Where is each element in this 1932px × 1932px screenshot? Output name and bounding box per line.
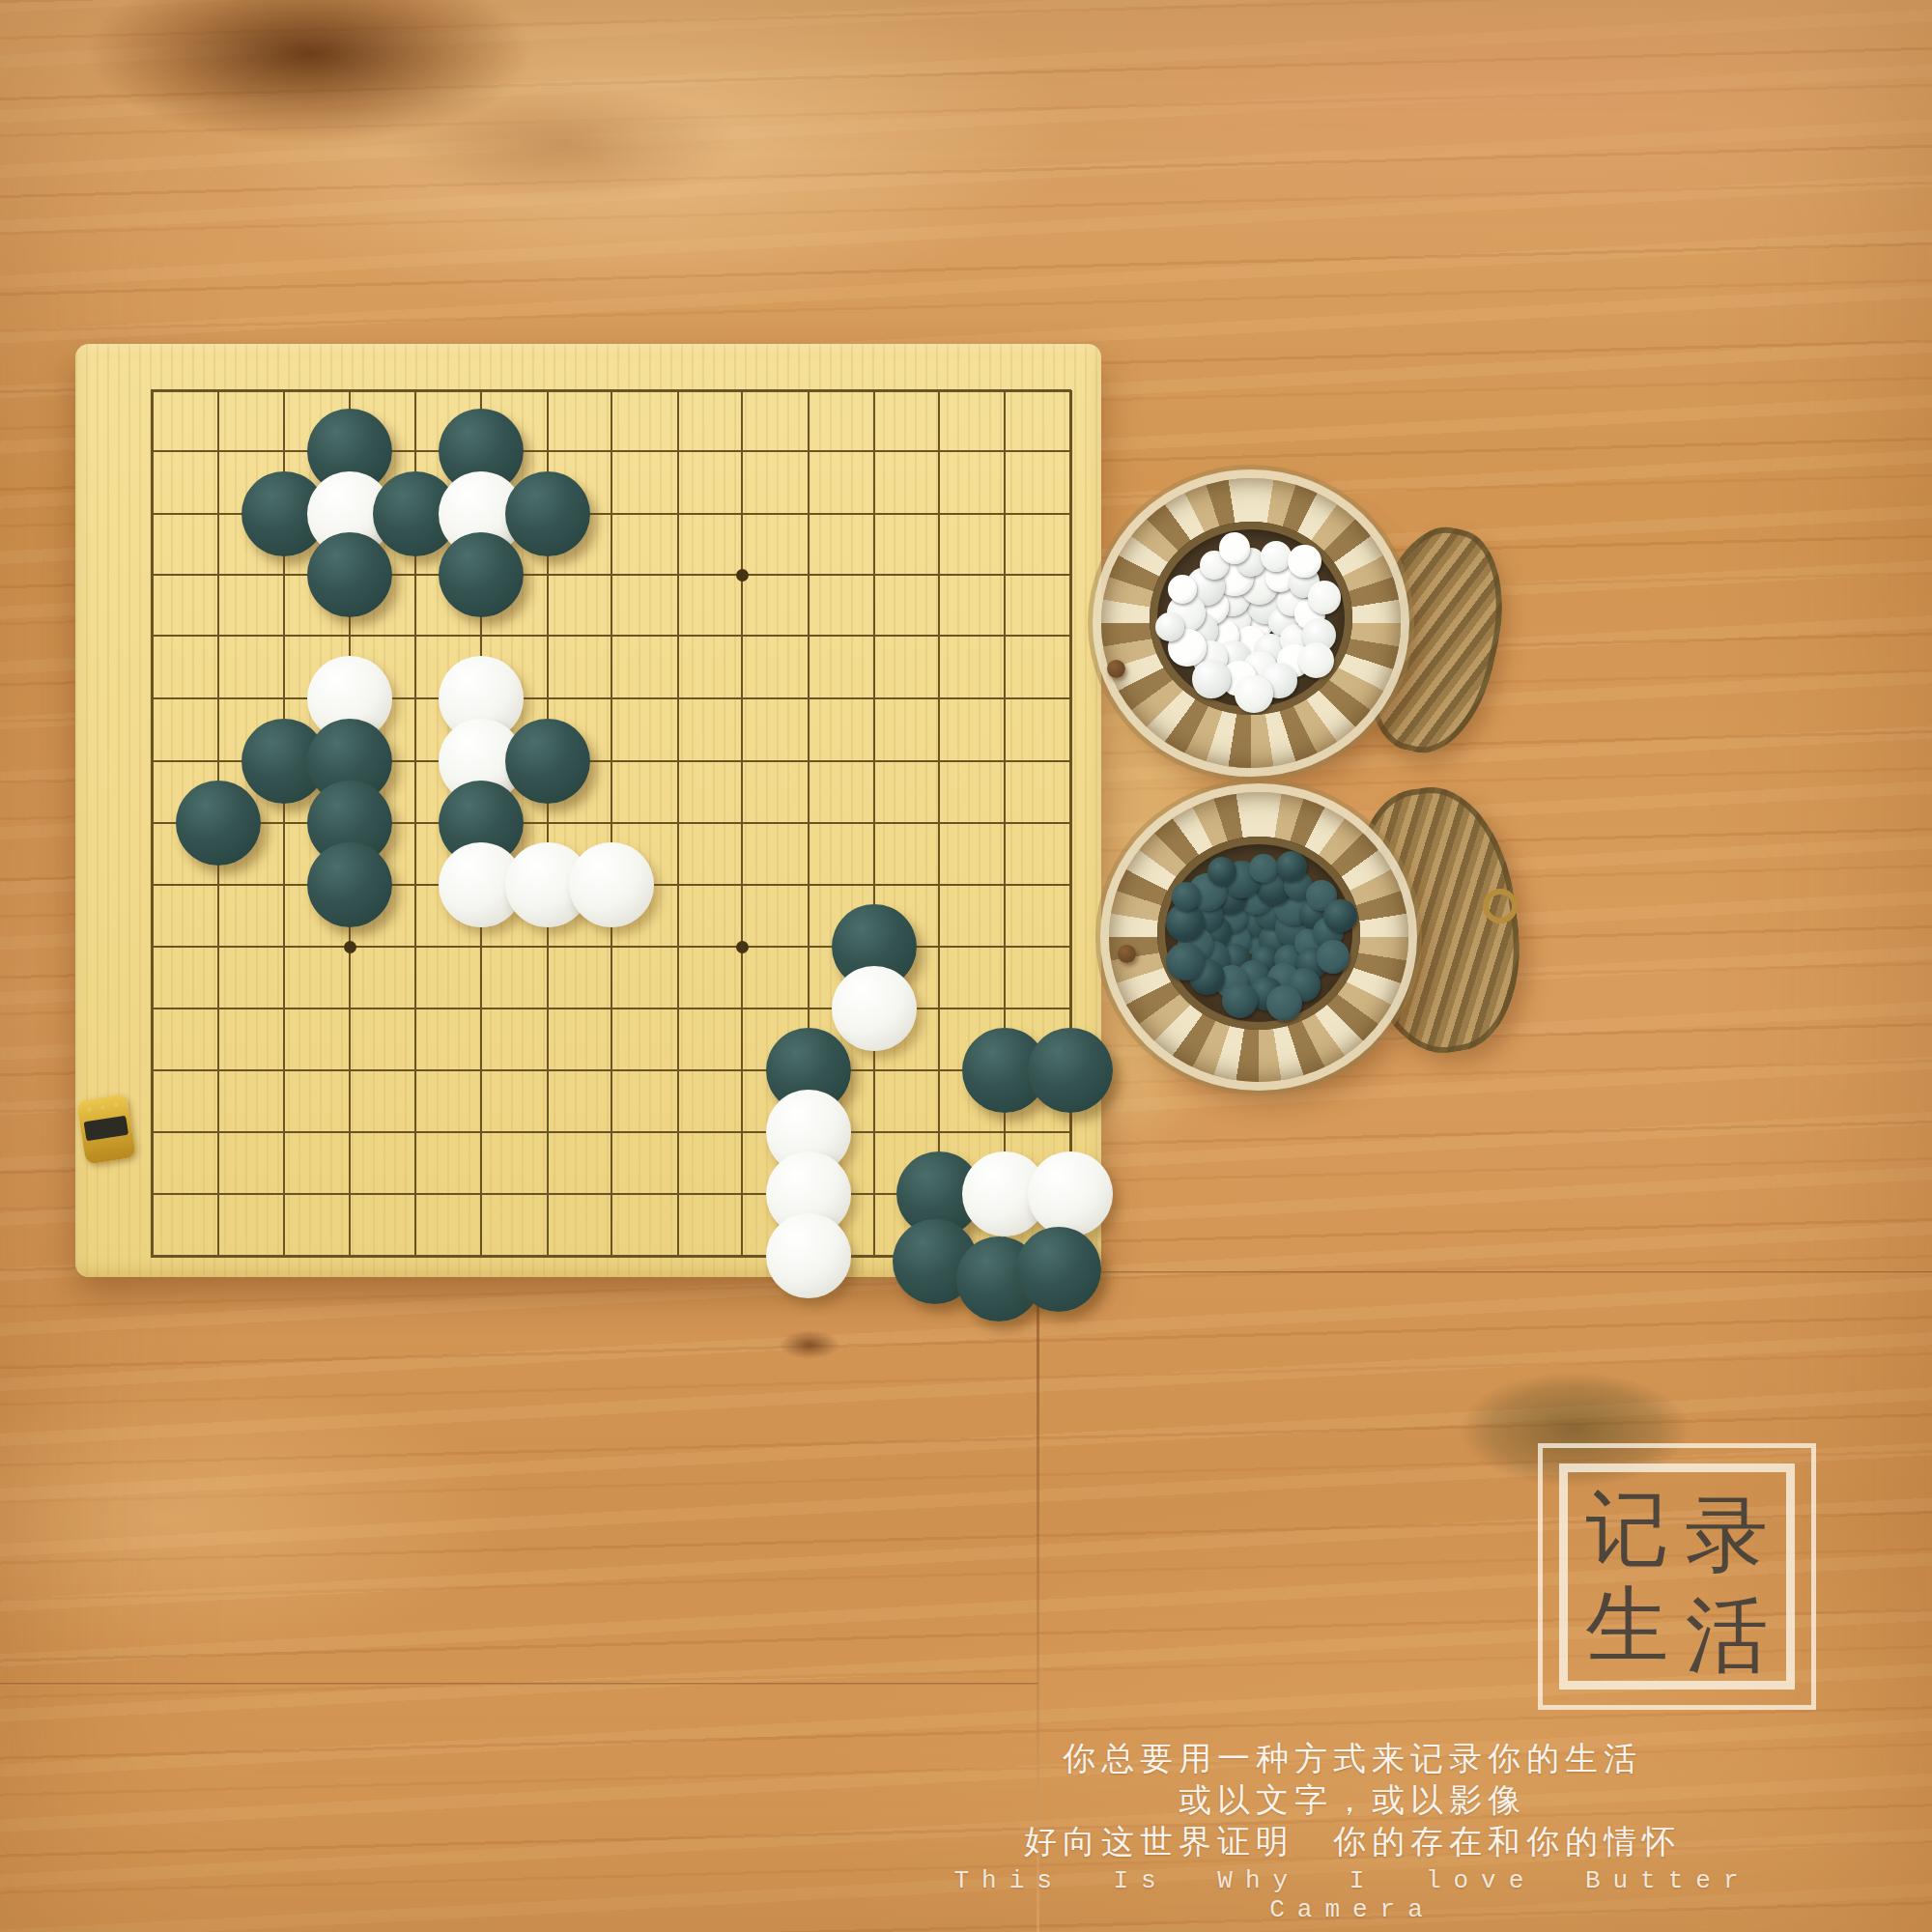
photo-canvas: 记 录 生 活 你总要用一种方式来记录你的生活 或以文字，或以影像 好向这世界证… [0,0,1932,1932]
white-stone-bowl [1150,522,1352,715]
star-point [736,941,749,953]
dark-stone-in-basket [1222,982,1258,1018]
black-stone [1016,1227,1101,1312]
grid-line-horizontal [151,1008,1071,1009]
star-point [344,941,356,953]
dark-stone-in-basket [1323,899,1357,933]
basket-bead [1107,660,1125,678]
basket-bead [1118,945,1136,963]
watermark-char: 活 [1686,1593,1769,1676]
grid-line-horizontal [151,1131,1071,1133]
white-stone-in-basket [1235,675,1273,714]
white-stone [766,1213,851,1298]
dark-stone-in-basket [1207,857,1236,886]
white-stone [832,966,917,1051]
grid-line-horizontal [151,822,1071,824]
dark-stone-in-basket [1166,943,1205,981]
caption-english: This Is Why I love Butter Camera [947,1866,1758,1924]
grid-line-horizontal [151,946,1071,948]
watermark-frame: 记 录 生 活 [1538,1443,1816,1710]
white-stone-in-basket [1308,581,1342,614]
black-stone [505,719,590,804]
grid-line-horizontal [151,574,1071,576]
black-stone [307,842,392,927]
black-stone [176,781,261,866]
black-stone [307,532,392,617]
white-stone-in-basket [1168,575,1197,604]
sticker-band [84,1116,129,1142]
caption-line-3: 好向这世界证明 你的存在和你的情怀 [947,1820,1758,1864]
watermark-char: 记 [1586,1487,1669,1570]
white-stone-in-basket [1298,642,1334,678]
black-stone [439,532,524,617]
dark-stone-in-basket [1249,854,1278,883]
caption-line-1: 你总要用一种方式来记录你的生活 [947,1737,1758,1781]
sticker-dot [87,1107,92,1112]
star-point [736,569,749,582]
white-stone [1028,1151,1113,1236]
plank-seam [1038,1271,1932,1274]
grid-line-horizontal [151,450,1071,452]
watermark-inner-frame: 记 录 生 活 [1559,1463,1795,1690]
watermark-char: 生 [1586,1583,1669,1666]
white-stone-in-basket [1219,532,1250,563]
sticker-dot [100,1105,105,1110]
dark-stone-in-basket [1266,985,1302,1021]
black-stone [1028,1028,1113,1113]
board-brand-sticker [76,1094,136,1164]
fan-ring-handle [1483,889,1518,923]
black-stone [505,471,590,556]
white-stone-in-basket [1192,660,1231,698]
dark-stone-in-basket [1317,940,1350,974]
grid-line-horizontal [151,697,1071,699]
sticker-dot [114,1103,119,1108]
plank-seam [0,1683,1038,1686]
watermark-char: 录 [1686,1492,1769,1576]
dark-stone-bowl [1157,837,1360,1030]
grid-line-horizontal [151,635,1071,637]
grid-line-horizontal [151,389,1071,392]
white-stone [569,842,654,927]
caption-line-2: 或以文字，或以影像 [947,1778,1758,1823]
grid-line-horizontal [151,1069,1071,1071]
white-stone-in-basket [1288,545,1321,579]
